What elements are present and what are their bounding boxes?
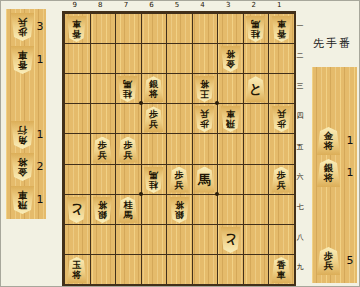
square-2-八[interactable]: [243, 224, 269, 254]
piece-kanji: 銀: [149, 79, 158, 89]
gote-hand-count-bishop: 1: [34, 128, 46, 142]
gote-rook-piece[interactable]: 飛車: [10, 186, 35, 214]
shogi-board: 香車桂馬香車金将桂馬銀将王将と歩兵歩兵飛車歩兵歩兵歩兵桂馬歩兵馬歩兵と銀将桂馬銀…: [62, 11, 296, 286]
square-5-四[interactable]: [166, 103, 192, 133]
piece-kanji: 兵: [98, 150, 107, 160]
file-label-5: 5: [171, 1, 183, 10]
piece-kanji: 桂: [123, 200, 132, 210]
rank-label-八: 八: [294, 233, 306, 242]
file-label-1: 1: [273, 1, 285, 10]
piece-kanji: 車: [277, 270, 286, 280]
square-4-八[interactable]: [192, 224, 218, 254]
square-8-四[interactable]: [90, 103, 116, 133]
piece-kanji: 兵: [123, 150, 132, 160]
sente-silver-piece[interactable]: 銀将: [316, 159, 341, 187]
piece-kanji: 車: [277, 19, 286, 29]
gote-bishop-piece[interactable]: 角行: [10, 121, 35, 149]
gote-hand-count-gold: 2: [34, 160, 46, 174]
piece-kanji: 兵: [200, 109, 209, 119]
piece-kanji: 香: [277, 260, 286, 270]
piece-kanji: 歩: [175, 170, 184, 180]
square-1-二[interactable]: [268, 43, 294, 73]
piece-kanji: 角: [18, 135, 28, 146]
piece-kanji: 将: [72, 270, 81, 280]
square-2-九[interactable]: [243, 254, 269, 284]
square-3-五[interactable]: [217, 133, 243, 163]
square-7-二[interactable]: [115, 43, 141, 73]
piece-kanji: 歩: [277, 119, 286, 129]
piece-kanji: 歩: [18, 27, 28, 38]
gote-pawn-piece[interactable]: 歩兵: [10, 13, 35, 41]
rank-label-九: 九: [294, 263, 306, 272]
square-3-一[interactable]: [217, 13, 243, 43]
piece-kanji: 香: [72, 29, 81, 39]
square-4-九[interactable]: [192, 254, 218, 284]
piece-kanji: 車: [18, 190, 28, 201]
piece-kanji: 金: [18, 167, 28, 178]
square-5-五[interactable]: [166, 133, 192, 163]
square-7-八[interactable]: [115, 224, 141, 254]
piece-kanji: 桂: [251, 29, 260, 39]
piece-kanji: 歩: [200, 119, 209, 129]
square-5-二[interactable]: [166, 43, 192, 73]
gote-gold-piece[interactable]: 金将: [10, 153, 35, 181]
square-4-一[interactable]: [192, 13, 218, 43]
square-6-一[interactable]: [141, 13, 167, 43]
rank-label-一: 一: [294, 22, 306, 31]
square-1-七[interactable]: [268, 194, 294, 224]
square-8-三[interactable]: [90, 73, 116, 103]
piece-kanji: 馬: [149, 170, 158, 180]
piece-kanji: 兵: [277, 180, 286, 190]
square-6-八[interactable]: [141, 224, 167, 254]
gote-hand-count-lance: 1: [34, 53, 46, 67]
piece-kanji: 玉: [72, 260, 81, 270]
square-7-九[interactable]: [115, 254, 141, 284]
file-label-6: 6: [145, 1, 157, 10]
file-label-8: 8: [94, 1, 106, 10]
square-9-六[interactable]: [64, 164, 90, 194]
square-5-九[interactable]: [166, 254, 192, 284]
piece-kanji: 将: [324, 173, 334, 184]
sente-hand-stand: 金将1銀将1歩兵5: [312, 67, 357, 283]
rank-label-三: 三: [294, 82, 306, 91]
file-label-9: 9: [69, 1, 81, 10]
piece-kanji: 馬: [251, 19, 260, 29]
gote-hand-stand: 歩兵3香車1角行1金将2飛車1: [6, 9, 46, 219]
piece-kanji: 兵: [277, 109, 286, 119]
square-3-七[interactable]: [217, 194, 243, 224]
piece-kanji: 兵: [175, 180, 184, 190]
piece-kanji: 歩: [123, 140, 132, 150]
square-8-六[interactable]: [90, 164, 116, 194]
square-5-一[interactable]: [166, 13, 192, 43]
piece-kanji: 車: [18, 50, 28, 61]
rank-label-二: 二: [294, 52, 306, 61]
piece-kanji: 兵: [149, 119, 158, 129]
sente-hand-count-gold: 1: [344, 134, 356, 148]
square-3-三[interactable]: [217, 73, 243, 103]
square-3-九[interactable]: [217, 254, 243, 284]
square-4-二[interactable]: [192, 43, 218, 73]
piece-kanji: 香: [277, 29, 286, 39]
square-7-四[interactable]: [115, 103, 141, 133]
piece-kanji: と: [223, 229, 236, 251]
rank-label-六: 六: [294, 173, 306, 182]
sente-gold-piece[interactable]: 金将: [316, 127, 341, 155]
square-1-三[interactable]: [268, 73, 294, 103]
file-label-7: 7: [120, 1, 132, 10]
file-label-3: 3: [222, 1, 234, 10]
piece-kanji: 歩: [149, 109, 158, 119]
piece-kanji: 将: [149, 89, 158, 99]
square-7-一[interactable]: [115, 13, 141, 43]
square-6-七[interactable]: [141, 194, 167, 224]
piece-kanji: 桂: [123, 89, 132, 99]
square-1-五[interactable]: [268, 133, 294, 163]
piece-kanji: 将: [200, 79, 209, 89]
piece-kanji: 将: [98, 200, 107, 210]
square-6-九[interactable]: [141, 254, 167, 284]
turn-indicator-label: 先手番: [313, 36, 352, 51]
square-6-五[interactable]: [141, 133, 167, 163]
square-4-七[interactable]: [192, 194, 218, 224]
sente-hand-count-silver: 1: [344, 166, 356, 180]
piece-kanji: 銀: [175, 210, 184, 220]
sente-hand-count-pawn: 5: [344, 254, 356, 268]
piece-kanji: 車: [226, 109, 235, 119]
square-2-六[interactable]: [243, 164, 269, 194]
star-dot: [139, 192, 143, 196]
piece-kanji: 馬: [123, 210, 132, 220]
piece-kanji: 兵: [324, 261, 334, 272]
gote-hand-count-pawn: 3: [34, 20, 46, 34]
piece-kanji: 歩: [98, 140, 107, 150]
gote-lance-piece[interactable]: 香車: [10, 46, 35, 74]
square-2-四[interactable]: [243, 103, 269, 133]
piece-kanji: 銀: [98, 210, 107, 220]
piece-kanji: 行: [18, 125, 28, 136]
square-9-四[interactable]: [64, 103, 90, 133]
shogi-app-window: 歩兵3香車1角行1金将2飛車1 香車桂馬香車金将桂馬銀将王将と歩兵歩兵飛車歩兵歩…: [0, 0, 360, 287]
sente-pawn-piece[interactable]: 歩兵: [316, 247, 341, 275]
square-2-七[interactable]: [243, 194, 269, 224]
square-5-三[interactable]: [166, 73, 192, 103]
piece-kanji: 将: [226, 49, 235, 59]
piece-kanji: と: [70, 199, 83, 221]
rank-label-五: 五: [294, 143, 306, 152]
square-4-五[interactable]: [192, 133, 218, 163]
piece-kanji: 飛: [18, 200, 28, 211]
square-9-五[interactable]: [64, 133, 90, 163]
rank-label-四: 四: [294, 112, 306, 121]
piece-kanji: 王: [200, 89, 209, 99]
square-2-二[interactable]: [243, 43, 269, 73]
piece-kanji: と: [249, 78, 262, 100]
piece-kanji: 馬: [198, 169, 211, 191]
square-9-三[interactable]: [64, 73, 90, 103]
piece-kanji: 将: [175, 200, 184, 210]
square-2-五[interactable]: [243, 133, 269, 163]
square-1-八[interactable]: [268, 224, 294, 254]
piece-kanji: 飛: [226, 119, 235, 129]
gote-hand-count-rook: 1: [34, 193, 46, 207]
piece-kanji: 馬: [123, 79, 132, 89]
square-9-八[interactable]: [64, 224, 90, 254]
piece-kanji: 車: [72, 19, 81, 29]
square-7-六[interactable]: [115, 164, 141, 194]
file-label-2: 2: [248, 1, 260, 10]
piece-kanji: 桂: [149, 180, 158, 190]
square-8-一[interactable]: [90, 13, 116, 43]
piece-kanji: 将: [324, 141, 334, 152]
square-8-九[interactable]: [90, 254, 116, 284]
piece-kanji: 将: [18, 157, 28, 168]
piece-kanji: 金: [226, 59, 235, 69]
file-label-4: 4: [197, 1, 209, 10]
square-3-六[interactable]: [217, 164, 243, 194]
piece-kanji: 歩: [277, 170, 286, 180]
rank-label-七: 七: [294, 203, 306, 212]
square-8-二[interactable]: [90, 43, 116, 73]
piece-kanji: 香: [18, 60, 28, 71]
square-8-八[interactable]: [90, 224, 116, 254]
square-5-八[interactable]: [166, 224, 192, 254]
piece-kanji: 兵: [18, 17, 28, 28]
square-9-二[interactable]: [64, 43, 90, 73]
square-6-二[interactable]: [141, 43, 167, 73]
